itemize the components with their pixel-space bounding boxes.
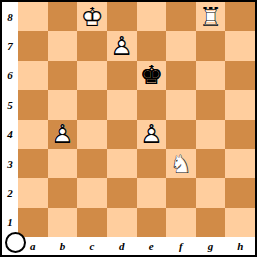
square-c4[interactable] xyxy=(77,120,107,149)
square-e8[interactable] xyxy=(137,2,167,31)
king-glyph-outline: ♔ xyxy=(77,2,107,31)
king-glyph-outline: ♚ xyxy=(137,61,167,90)
square-d6[interactable] xyxy=(107,61,137,90)
square-g8[interactable]: ♜♖ xyxy=(196,2,226,31)
square-e3[interactable] xyxy=(137,149,167,178)
square-c5[interactable] xyxy=(77,90,107,119)
rank-label-5: 5 xyxy=(2,90,18,119)
rank-label-2: 2 xyxy=(2,178,18,207)
square-d2[interactable] xyxy=(107,178,137,207)
square-a8[interactable] xyxy=(18,2,48,31)
white-pawn-e4[interactable]: ♟♙ xyxy=(137,120,167,149)
square-c1[interactable] xyxy=(77,208,107,237)
file-label-h: h xyxy=(225,237,255,255)
square-f1[interactable] xyxy=(166,208,196,237)
square-g5[interactable] xyxy=(196,90,226,119)
square-f6[interactable] xyxy=(166,61,196,90)
square-f2[interactable] xyxy=(166,178,196,207)
rank-label-7: 7 xyxy=(2,31,18,60)
square-b8[interactable] xyxy=(48,2,78,31)
rank-label-8: 8 xyxy=(2,2,18,31)
file-label-c: c xyxy=(77,237,107,255)
square-c2[interactable] xyxy=(77,178,107,207)
square-d5[interactable] xyxy=(107,90,137,119)
square-h5[interactable] xyxy=(225,90,255,119)
square-g1[interactable] xyxy=(196,208,226,237)
rank-label-6: 6 xyxy=(2,61,18,90)
file-labels: abcdefgh xyxy=(18,237,255,255)
black-king-e6[interactable]: ♚♚ xyxy=(137,61,167,90)
square-a3[interactable] xyxy=(18,149,48,178)
white-pawn-b4[interactable]: ♟♙ xyxy=(48,120,78,149)
square-h3[interactable] xyxy=(225,149,255,178)
square-f7[interactable] xyxy=(166,31,196,60)
square-c7[interactable] xyxy=(77,31,107,60)
square-a1[interactable] xyxy=(18,208,48,237)
square-g3[interactable] xyxy=(196,149,226,178)
white-knight-f3[interactable]: ♞♘ xyxy=(166,149,196,178)
white-pawn-d7[interactable]: ♟♙ xyxy=(107,31,137,60)
square-g7[interactable] xyxy=(196,31,226,60)
square-h6[interactable] xyxy=(225,61,255,90)
pawn-glyph-outline: ♙ xyxy=(107,31,137,60)
square-f5[interactable] xyxy=(166,90,196,119)
square-b4[interactable]: ♟♙ xyxy=(48,120,78,149)
square-b5[interactable] xyxy=(48,90,78,119)
square-c6[interactable] xyxy=(77,61,107,90)
square-f4[interactable] xyxy=(166,120,196,149)
square-h7[interactable] xyxy=(225,31,255,60)
square-h4[interactable] xyxy=(225,120,255,149)
square-e1[interactable] xyxy=(137,208,167,237)
square-h2[interactable] xyxy=(225,178,255,207)
square-b3[interactable] xyxy=(48,149,78,178)
square-e6[interactable]: ♚♚ xyxy=(137,61,167,90)
square-c8[interactable]: ♚♔ xyxy=(77,2,107,31)
knight-glyph-outline: ♘ xyxy=(166,149,196,178)
square-e7[interactable] xyxy=(137,31,167,60)
file-label-d: d xyxy=(107,237,137,255)
file-label-e: e xyxy=(137,237,167,255)
chess-diagram: ♚♔♜♖♟♙♚♚♟♙♟♙♞♘ 87654321 abcdefgh xyxy=(0,0,257,257)
square-a4[interactable] xyxy=(18,120,48,149)
rank-label-3: 3 xyxy=(2,149,18,178)
square-g4[interactable] xyxy=(196,120,226,149)
square-h8[interactable] xyxy=(225,2,255,31)
square-d1[interactable] xyxy=(107,208,137,237)
square-a6[interactable] xyxy=(18,61,48,90)
square-d7[interactable]: ♟♙ xyxy=(107,31,137,60)
rank-label-4: 4 xyxy=(2,120,18,149)
square-b1[interactable] xyxy=(48,208,78,237)
square-b2[interactable] xyxy=(48,178,78,207)
square-g2[interactable] xyxy=(196,178,226,207)
square-f3[interactable]: ♞♘ xyxy=(166,149,196,178)
board: ♚♔♜♖♟♙♚♚♟♙♟♙♞♘ xyxy=(18,2,255,237)
square-a2[interactable] xyxy=(18,178,48,207)
square-g6[interactable] xyxy=(196,61,226,90)
rook-glyph-outline: ♖ xyxy=(196,2,226,31)
square-e5[interactable] xyxy=(137,90,167,119)
square-e4[interactable]: ♟♙ xyxy=(137,120,167,149)
file-label-g: g xyxy=(196,237,226,255)
square-d4[interactable] xyxy=(107,120,137,149)
rank-labels: 87654321 xyxy=(2,2,18,237)
pawn-glyph-outline: ♙ xyxy=(137,120,167,149)
square-f8[interactable] xyxy=(166,2,196,31)
square-a5[interactable] xyxy=(18,90,48,119)
square-c3[interactable] xyxy=(77,149,107,178)
white-rook-g8[interactable]: ♜♖ xyxy=(196,2,226,31)
square-b7[interactable] xyxy=(48,31,78,60)
square-a7[interactable] xyxy=(18,31,48,60)
pawn-glyph-outline: ♙ xyxy=(48,120,78,149)
square-d3[interactable] xyxy=(107,149,137,178)
file-label-b: b xyxy=(48,237,78,255)
white-to-move-indicator xyxy=(5,232,26,253)
file-label-f: f xyxy=(166,237,196,255)
white-king-c8[interactable]: ♚♔ xyxy=(77,2,107,31)
square-d8[interactable] xyxy=(107,2,137,31)
square-b6[interactable] xyxy=(48,61,78,90)
square-e2[interactable] xyxy=(137,178,167,207)
square-h1[interactable] xyxy=(225,208,255,237)
